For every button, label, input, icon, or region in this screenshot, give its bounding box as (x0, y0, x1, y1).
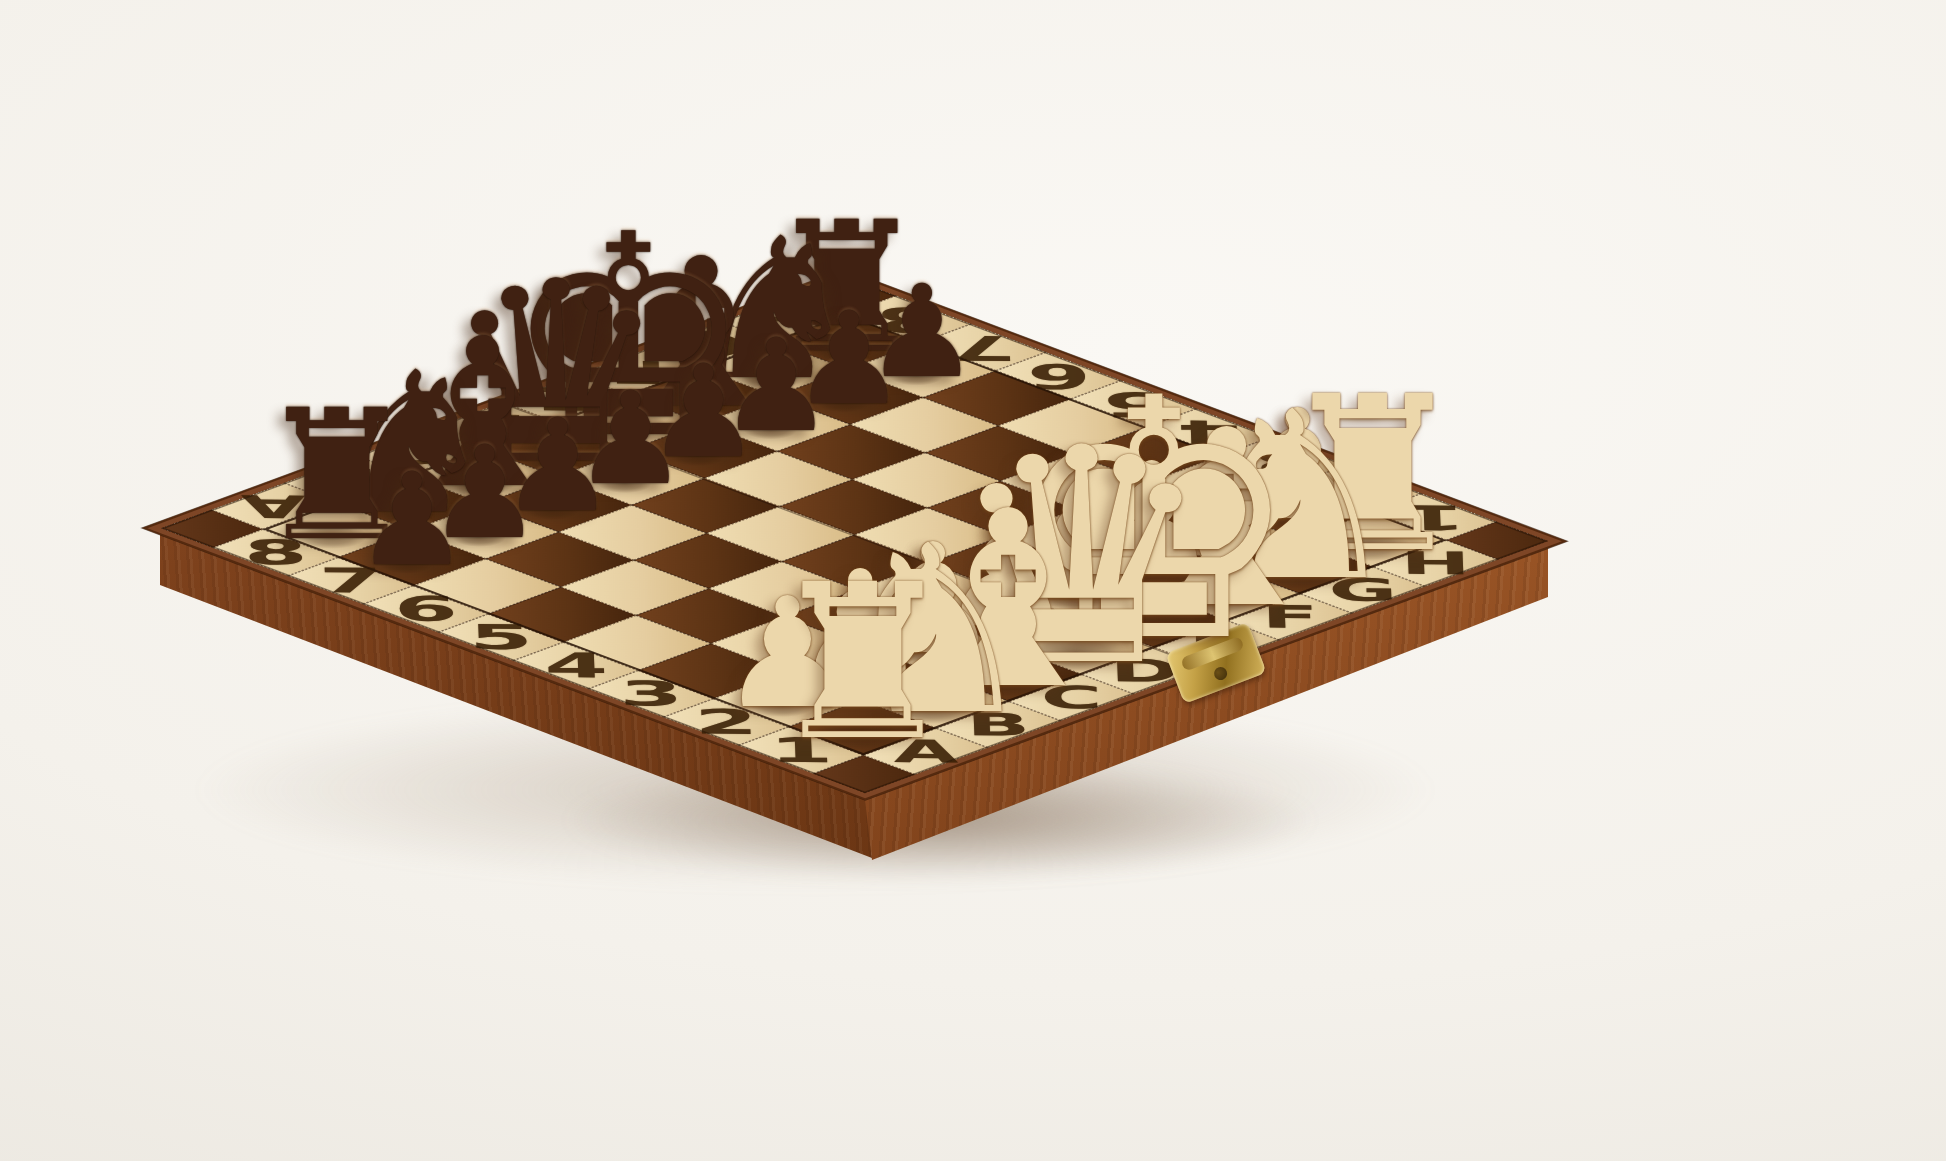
black-pawn-a7[interactable]: ♟ (348, 456, 476, 584)
photo-scene: ABCDEFGH8877665544332211ABCDEFGH ♜♞♝♛♚♝♞… (0, 0, 1946, 1161)
white-rook-a1[interactable]: ♜ (755, 556, 969, 770)
